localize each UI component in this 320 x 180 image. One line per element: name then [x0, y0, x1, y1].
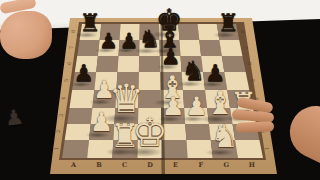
hand	[0, 0, 320, 180]
scene: ABCDEFGH1122334455667788 ♟ ♜♚♜♟♟♞♝♟♟♞♟♟♝…	[0, 0, 320, 180]
ring-finger	[236, 121, 274, 132]
palm	[0, 11, 52, 59]
forearm	[281, 97, 320, 174]
